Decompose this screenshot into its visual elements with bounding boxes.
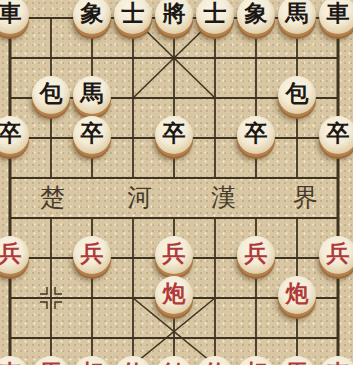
piece-glyph: 將 <box>155 0 193 32</box>
black-soldier-1[interactable]: 卒 <box>0 116 29 154</box>
piece-glyph: 士 <box>114 0 152 32</box>
black-soldier-4[interactable]: 卒 <box>237 116 275 154</box>
red-chariot-right[interactable]: 車 <box>319 356 353 365</box>
red-soldier-5[interactable]: 兵 <box>319 236 353 274</box>
piece-glyph: 仕 <box>114 354 152 365</box>
piece-glyph: 馬 <box>73 74 111 112</box>
red-horse-left[interactable]: 馬 <box>32 356 70 365</box>
piece-glyph: 兵 <box>155 234 193 272</box>
black-soldier-5[interactable]: 卒 <box>319 116 353 154</box>
piece-glyph: 炮 <box>155 274 193 312</box>
piece-glyph: 卒 <box>73 114 111 152</box>
piece-glyph: 相 <box>73 354 111 365</box>
piece-glyph: 卒 <box>155 114 193 152</box>
red-elephant-left[interactable]: 相 <box>73 356 111 365</box>
red-cannon-center[interactable]: 炮 <box>155 276 193 314</box>
red-soldier-4[interactable]: 兵 <box>237 236 275 274</box>
black-advisor-right[interactable]: 士 <box>196 0 234 34</box>
black-chariot-left[interactable]: 車 <box>0 0 29 34</box>
red-soldier-3[interactable]: 兵 <box>155 236 193 274</box>
black-elephant-right[interactable]: 象 <box>237 0 275 34</box>
piece-glyph: 象 <box>73 0 111 32</box>
piece-glyph: 帥 <box>155 354 193 365</box>
piece-glyph: 相 <box>237 354 275 365</box>
piece-glyph: 車 <box>319 0 353 32</box>
piece-glyph: 炮 <box>278 274 316 312</box>
black-cannon-right[interactable]: 包 <box>278 76 316 114</box>
piece-glyph: 馬 <box>278 354 316 365</box>
red-advisor-right[interactable]: 仕 <box>196 356 234 365</box>
red-soldier-2[interactable]: 兵 <box>73 236 111 274</box>
piece-glyph: 車 <box>319 354 353 365</box>
piece-glyph: 兵 <box>319 234 353 272</box>
piece-glyph: 車 <box>0 0 29 32</box>
black-chariot-right[interactable]: 車 <box>319 0 353 34</box>
pieces-grid: 車象士將士象馬車包馬包卒卒卒卒卒兵兵兵兵兵炮炮車馬相仕帥仕相馬車 <box>0 0 353 365</box>
piece-glyph: 車 <box>0 354 29 365</box>
red-advisor-left[interactable]: 仕 <box>114 356 152 365</box>
black-elephant-left[interactable]: 象 <box>73 0 111 34</box>
red-horse-right[interactable]: 馬 <box>278 356 316 365</box>
black-general[interactable]: 將 <box>155 0 193 34</box>
piece-glyph: 卒 <box>0 114 29 152</box>
xiangqi-board[interactable]: 楚 河 漢 界 車象士將士象馬車包馬包卒卒卒卒卒兵兵兵兵兵炮炮車馬相仕帥仕相馬車 <box>0 0 353 365</box>
red-cannon-right[interactable]: 炮 <box>278 276 316 314</box>
piece-glyph: 兵 <box>73 234 111 272</box>
piece-glyph: 卒 <box>319 114 353 152</box>
piece-glyph: 包 <box>32 74 70 112</box>
red-chariot-left[interactable]: 車 <box>0 356 29 365</box>
black-horse-right[interactable]: 馬 <box>278 0 316 34</box>
black-advisor-left[interactable]: 士 <box>114 0 152 34</box>
black-cannon-left[interactable]: 包 <box>32 76 70 114</box>
piece-glyph: 馬 <box>32 354 70 365</box>
piece-glyph: 士 <box>196 0 234 32</box>
piece-glyph: 象 <box>237 0 275 32</box>
piece-glyph: 卒 <box>237 114 275 152</box>
black-soldier-3[interactable]: 卒 <box>155 116 193 154</box>
piece-glyph: 馬 <box>278 0 316 32</box>
piece-glyph: 包 <box>278 74 316 112</box>
red-general[interactable]: 帥 <box>155 356 193 365</box>
piece-glyph: 仕 <box>196 354 234 365</box>
black-horse-left[interactable]: 馬 <box>73 76 111 114</box>
red-soldier-1[interactable]: 兵 <box>0 236 29 274</box>
piece-glyph: 兵 <box>237 234 275 272</box>
red-elephant-right[interactable]: 相 <box>237 356 275 365</box>
black-soldier-2[interactable]: 卒 <box>73 116 111 154</box>
piece-glyph: 兵 <box>0 234 29 272</box>
